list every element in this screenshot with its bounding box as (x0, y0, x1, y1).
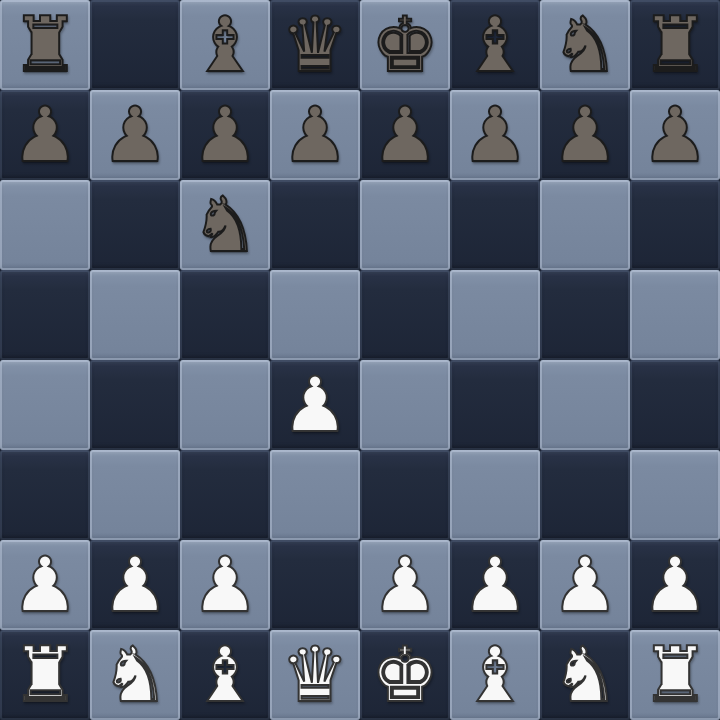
piece-white-rook[interactable]: ♜ (641, 637, 709, 713)
square-b1[interactable]: ♞ (90, 630, 180, 720)
piece-white-pawn[interactable]: ♟ (11, 547, 79, 623)
square-h6[interactable] (630, 180, 720, 270)
square-e4[interactable] (360, 360, 450, 450)
square-b3[interactable] (90, 450, 180, 540)
piece-black-bishop[interactable]: ♝ (191, 7, 259, 83)
square-c2[interactable]: ♟ (180, 540, 270, 630)
piece-black-queen[interactable]: ♛ (281, 7, 349, 83)
square-c5[interactable] (180, 270, 270, 360)
square-f3[interactable] (450, 450, 540, 540)
square-g3[interactable] (540, 450, 630, 540)
square-h5[interactable] (630, 270, 720, 360)
square-e5[interactable] (360, 270, 450, 360)
piece-white-pawn[interactable]: ♟ (281, 367, 349, 443)
piece-black-bishop[interactable]: ♝ (461, 7, 529, 83)
square-a8[interactable]: ♜ (0, 0, 90, 90)
piece-white-knight[interactable]: ♞ (101, 637, 169, 713)
square-b2[interactable]: ♟ (90, 540, 180, 630)
piece-black-pawn[interactable]: ♟ (11, 97, 79, 173)
square-e7[interactable]: ♟ (360, 90, 450, 180)
piece-black-pawn[interactable]: ♟ (101, 97, 169, 173)
square-d5[interactable] (270, 270, 360, 360)
square-b6[interactable] (90, 180, 180, 270)
square-a4[interactable] (0, 360, 90, 450)
square-f4[interactable] (450, 360, 540, 450)
piece-white-queen[interactable]: ♛ (281, 637, 349, 713)
square-h7[interactable]: ♟ (630, 90, 720, 180)
square-a6[interactable] (0, 180, 90, 270)
square-e6[interactable] (360, 180, 450, 270)
square-c7[interactable]: ♟ (180, 90, 270, 180)
square-c3[interactable] (180, 450, 270, 540)
square-f8[interactable]: ♝ (450, 0, 540, 90)
piece-white-bishop[interactable]: ♝ (191, 637, 259, 713)
piece-white-rook[interactable]: ♜ (11, 637, 79, 713)
square-b8[interactable] (90, 0, 180, 90)
square-c4[interactable] (180, 360, 270, 450)
piece-white-pawn[interactable]: ♟ (191, 547, 259, 623)
piece-black-pawn[interactable]: ♟ (371, 97, 439, 173)
piece-white-pawn[interactable]: ♟ (641, 547, 709, 623)
piece-white-bishop[interactable]: ♝ (461, 637, 529, 713)
square-e2[interactable]: ♟ (360, 540, 450, 630)
square-a3[interactable] (0, 450, 90, 540)
square-d7[interactable]: ♟ (270, 90, 360, 180)
square-b7[interactable]: ♟ (90, 90, 180, 180)
square-h2[interactable]: ♟ (630, 540, 720, 630)
square-e8[interactable]: ♚ (360, 0, 450, 90)
piece-white-knight[interactable]: ♞ (551, 637, 619, 713)
square-g2[interactable]: ♟ (540, 540, 630, 630)
square-h8[interactable]: ♜ (630, 0, 720, 90)
piece-white-pawn[interactable]: ♟ (551, 547, 619, 623)
square-f7[interactable]: ♟ (450, 90, 540, 180)
piece-white-king[interactable]: ♚ (371, 637, 439, 713)
square-c6[interactable]: ♞ (180, 180, 270, 270)
square-h4[interactable] (630, 360, 720, 450)
square-b4[interactable] (90, 360, 180, 450)
square-h3[interactable] (630, 450, 720, 540)
square-f2[interactable]: ♟ (450, 540, 540, 630)
square-f6[interactable] (450, 180, 540, 270)
piece-black-knight[interactable]: ♞ (191, 187, 259, 263)
chess-board: ♜♝♛♚♝♞♜♟♟♟♟♟♟♟♟♞♟♟♟♟♟♟♟♟♜♞♝♛♚♝♞♜ (0, 0, 720, 720)
square-c8[interactable]: ♝ (180, 0, 270, 90)
square-g4[interactable] (540, 360, 630, 450)
square-a2[interactable]: ♟ (0, 540, 90, 630)
square-d8[interactable]: ♛ (270, 0, 360, 90)
piece-black-pawn[interactable]: ♟ (641, 97, 709, 173)
square-a5[interactable] (0, 270, 90, 360)
square-d6[interactable] (270, 180, 360, 270)
piece-black-knight[interactable]: ♞ (551, 7, 619, 83)
square-e3[interactable] (360, 450, 450, 540)
square-a7[interactable]: ♟ (0, 90, 90, 180)
piece-black-pawn[interactable]: ♟ (461, 97, 529, 173)
square-d1[interactable]: ♛ (270, 630, 360, 720)
square-g5[interactable] (540, 270, 630, 360)
square-h1[interactable]: ♜ (630, 630, 720, 720)
square-g8[interactable]: ♞ (540, 0, 630, 90)
square-d3[interactable] (270, 450, 360, 540)
square-d4[interactable]: ♟ (270, 360, 360, 450)
square-d2[interactable] (270, 540, 360, 630)
square-g7[interactable]: ♟ (540, 90, 630, 180)
square-c1[interactable]: ♝ (180, 630, 270, 720)
piece-black-rook[interactable]: ♜ (11, 7, 79, 83)
piece-black-rook[interactable]: ♜ (641, 7, 709, 83)
piece-black-pawn[interactable]: ♟ (191, 97, 259, 173)
square-g1[interactable]: ♞ (540, 630, 630, 720)
piece-black-pawn[interactable]: ♟ (281, 97, 349, 173)
piece-black-king[interactable]: ♚ (371, 7, 439, 83)
piece-white-pawn[interactable]: ♟ (101, 547, 169, 623)
square-a1[interactable]: ♜ (0, 630, 90, 720)
piece-white-pawn[interactable]: ♟ (461, 547, 529, 623)
square-b5[interactable] (90, 270, 180, 360)
square-f1[interactable]: ♝ (450, 630, 540, 720)
square-e1[interactable]: ♚ (360, 630, 450, 720)
piece-black-pawn[interactable]: ♟ (551, 97, 619, 173)
piece-white-pawn[interactable]: ♟ (371, 547, 439, 623)
square-g6[interactable] (540, 180, 630, 270)
square-f5[interactable] (450, 270, 540, 360)
